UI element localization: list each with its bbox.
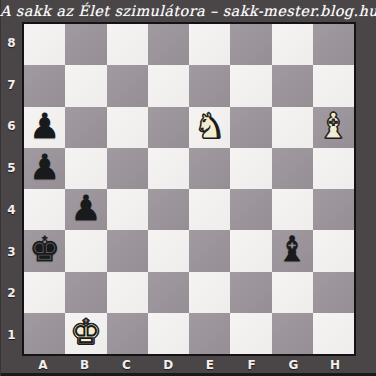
square-h3[interactable] [313,230,354,271]
square-c7[interactable] [107,65,148,106]
square-a4[interactable] [24,189,65,230]
square-c5[interactable] [107,148,148,189]
file-label-d: D [147,356,189,373]
square-f3[interactable] [230,230,271,271]
square-b5[interactable] [65,148,106,189]
square-b6[interactable] [65,107,106,148]
square-d7[interactable] [148,65,189,106]
chess-diagram: A sakk az Élet szimulátora – sakk-mester… [0,0,376,376]
square-e8[interactable] [189,24,230,65]
square-h1[interactable] [313,313,354,354]
square-f8[interactable] [230,24,271,65]
square-f2[interactable] [230,272,271,313]
rank-label-8: 8 [1,22,22,64]
square-a8[interactable] [24,24,65,65]
file-labels: ABCDEFGH [22,356,356,373]
rank-label-6: 6 [1,106,22,148]
piece-black-bishop[interactable]: ♝ [276,232,307,267]
square-a3[interactable]: ♚ [24,230,65,271]
rank-label-7: 7 [1,64,22,106]
square-d2[interactable] [148,272,189,313]
square-e3[interactable] [189,230,230,271]
square-b1[interactable]: ♚ [65,313,106,354]
square-g5[interactable] [272,148,313,189]
square-c8[interactable] [107,24,148,65]
square-c6[interactable] [107,107,148,148]
square-b2[interactable] [65,272,106,313]
square-f5[interactable] [230,148,271,189]
square-b3[interactable] [65,230,106,271]
square-c1[interactable] [107,313,148,354]
page-title: A sakk az Élet szimulátora – sakk-mester… [0,3,376,19]
square-a7[interactable] [24,65,65,106]
square-d1[interactable] [148,313,189,354]
piece-white-bishop[interactable]: ♝ [318,109,349,144]
square-b8[interactable] [65,24,106,65]
file-label-h: H [314,356,356,373]
file-label-g: G [273,356,315,373]
square-h5[interactable] [313,148,354,189]
square-d3[interactable] [148,230,189,271]
rank-labels: 87654321 [1,22,22,356]
piece-black-pawn[interactable]: ♟ [70,191,101,226]
square-g2[interactable] [272,272,313,313]
square-a1[interactable] [24,313,65,354]
piece-black-king[interactable]: ♚ [29,232,60,267]
chess-board: ♟♞♝♟♟♚♝♚ [22,22,356,356]
file-label-e: E [189,356,231,373]
square-e6[interactable]: ♞ [189,107,230,148]
square-f4[interactable] [230,189,271,230]
square-c3[interactable] [107,230,148,271]
square-g8[interactable] [272,24,313,65]
title-bar: A sakk az Élet szimulátora – sakk-mester… [1,0,376,22]
square-e5[interactable] [189,148,230,189]
square-d6[interactable] [148,107,189,148]
square-h6[interactable]: ♝ [313,107,354,148]
square-h4[interactable] [313,189,354,230]
square-d8[interactable] [148,24,189,65]
square-g4[interactable] [272,189,313,230]
square-e2[interactable] [189,272,230,313]
square-e1[interactable] [189,313,230,354]
square-e7[interactable] [189,65,230,106]
file-label-a: A [22,356,64,373]
square-g6[interactable] [272,107,313,148]
square-c2[interactable] [107,272,148,313]
square-b4[interactable]: ♟ [65,189,106,230]
square-d4[interactable] [148,189,189,230]
square-h2[interactable] [313,272,354,313]
square-d5[interactable] [148,148,189,189]
file-label-b: B [64,356,106,373]
square-a5[interactable]: ♟ [24,148,65,189]
piece-black-pawn[interactable]: ♟ [29,109,60,144]
rank-label-4: 4 [1,189,22,231]
rank-label-2: 2 [1,273,22,315]
square-f7[interactable] [230,65,271,106]
square-h7[interactable] [313,65,354,106]
piece-black-pawn[interactable]: ♟ [29,150,60,185]
square-g1[interactable] [272,313,313,354]
square-a2[interactable] [24,272,65,313]
square-g3[interactable]: ♝ [272,230,313,271]
piece-white-king[interactable]: ♚ [70,315,101,350]
file-label-f: F [231,356,273,373]
square-g7[interactable] [272,65,313,106]
rank-label-5: 5 [1,147,22,189]
square-a6[interactable]: ♟ [24,107,65,148]
rank-label-1: 1 [1,314,22,356]
piece-white-knight[interactable]: ♞ [194,109,225,144]
square-b7[interactable] [65,65,106,106]
square-f1[interactable] [230,313,271,354]
square-h8[interactable] [313,24,354,65]
square-e4[interactable] [189,189,230,230]
square-c4[interactable] [107,189,148,230]
rank-label-3: 3 [1,231,22,273]
file-label-c: C [106,356,148,373]
square-f6[interactable] [230,107,271,148]
